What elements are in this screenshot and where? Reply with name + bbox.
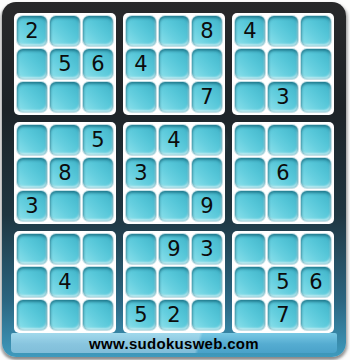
- sudoku-grid: 25684743583439649352567: [14, 13, 334, 333]
- sudoku-cell-r7c2[interactable]: [50, 234, 80, 264]
- sudoku-cell-r3c7[interactable]: [235, 82, 265, 112]
- sudoku-cell-r6c8[interactable]: [268, 191, 298, 221]
- sudoku-box-7: 4: [14, 231, 116, 333]
- footer-banner: www.sudokusweb.com: [11, 333, 337, 353]
- sudoku-cell-r2c6[interactable]: [192, 49, 222, 79]
- sudoku-cell-r7c6[interactable]: 3: [192, 234, 222, 264]
- sudoku-cell-r1c8[interactable]: [268, 16, 298, 46]
- sudoku-cell-r4c1[interactable]: [17, 125, 47, 155]
- sudoku-cell-r7c3[interactable]: [83, 234, 113, 264]
- sudoku-cell-r5c3[interactable]: [83, 158, 113, 188]
- sudoku-cell-r1c2[interactable]: [50, 16, 80, 46]
- sudoku-cell-r8c4[interactable]: [126, 267, 156, 297]
- sudoku-box-4: 583: [14, 122, 116, 224]
- sudoku-cell-r8c8[interactable]: 5: [268, 267, 298, 297]
- sudoku-cell-r1c1[interactable]: 2: [17, 16, 47, 46]
- sudoku-cell-r8c1[interactable]: [17, 267, 47, 297]
- sudoku-cell-r8c5[interactable]: [159, 267, 189, 297]
- sudoku-box-1: 256: [14, 13, 116, 115]
- sudoku-cell-r2c5[interactable]: [159, 49, 189, 79]
- sudoku-cell-r2c2[interactable]: 5: [50, 49, 80, 79]
- sudoku-cell-r2c9[interactable]: [301, 49, 331, 79]
- sudoku-cell-r2c3[interactable]: 6: [83, 49, 113, 79]
- sudoku-cell-r9c3[interactable]: [83, 300, 113, 330]
- sudoku-cell-r8c7[interactable]: [235, 267, 265, 297]
- sudoku-cell-r6c6[interactable]: 9: [192, 191, 222, 221]
- sudoku-box-6: 6: [232, 122, 334, 224]
- sudoku-board: 25684743583439649352567 www.sudokusweb.c…: [2, 2, 346, 357]
- sudoku-cell-r3c3[interactable]: [83, 82, 113, 112]
- sudoku-cell-r3c6[interactable]: 7: [192, 82, 222, 112]
- sudoku-cell-r7c7[interactable]: [235, 234, 265, 264]
- sudoku-cell-r5c7[interactable]: [235, 158, 265, 188]
- sudoku-cell-r5c5[interactable]: [159, 158, 189, 188]
- sudoku-cell-r7c8[interactable]: [268, 234, 298, 264]
- sudoku-box-9: 567: [232, 231, 334, 333]
- sudoku-cell-r5c9[interactable]: [301, 158, 331, 188]
- sudoku-cell-r1c4[interactable]: [126, 16, 156, 46]
- sudoku-cell-r1c3[interactable]: [83, 16, 113, 46]
- sudoku-cell-r8c2[interactable]: 4: [50, 267, 80, 297]
- sudoku-cell-r6c1[interactable]: 3: [17, 191, 47, 221]
- sudoku-cell-r9c1[interactable]: [17, 300, 47, 330]
- sudoku-cell-r3c8[interactable]: 3: [268, 82, 298, 112]
- sudoku-cell-r4c6[interactable]: [192, 125, 222, 155]
- sudoku-cell-r4c8[interactable]: [268, 125, 298, 155]
- sudoku-cell-r8c3[interactable]: [83, 267, 113, 297]
- sudoku-cell-r2c8[interactable]: [268, 49, 298, 79]
- sudoku-cell-r4c7[interactable]: [235, 125, 265, 155]
- sudoku-cell-r7c4[interactable]: [126, 234, 156, 264]
- sudoku-cell-r6c3[interactable]: [83, 191, 113, 221]
- sudoku-cell-r1c5[interactable]: [159, 16, 189, 46]
- sudoku-cell-r9c9[interactable]: [301, 300, 331, 330]
- sudoku-cell-r9c4[interactable]: 5: [126, 300, 156, 330]
- sudoku-cell-r4c2[interactable]: [50, 125, 80, 155]
- sudoku-cell-r3c1[interactable]: [17, 82, 47, 112]
- sudoku-cell-r3c9[interactable]: [301, 82, 331, 112]
- sudoku-cell-r3c2[interactable]: [50, 82, 80, 112]
- sudoku-cell-r9c7[interactable]: [235, 300, 265, 330]
- sudoku-cell-r4c3[interactable]: 5: [83, 125, 113, 155]
- sudoku-cell-r3c4[interactable]: [126, 82, 156, 112]
- sudoku-box-3: 43: [232, 13, 334, 115]
- sudoku-cell-r9c5[interactable]: 2: [159, 300, 189, 330]
- sudoku-cell-r9c2[interactable]: [50, 300, 80, 330]
- sudoku-cell-r1c6[interactable]: 8: [192, 16, 222, 46]
- sudoku-cell-r6c7[interactable]: [235, 191, 265, 221]
- sudoku-cell-r7c1[interactable]: [17, 234, 47, 264]
- website-link[interactable]: www.sudokusweb.com: [89, 335, 259, 352]
- sudoku-cell-r5c2[interactable]: 8: [50, 158, 80, 188]
- sudoku-cell-r8c9[interactable]: 6: [301, 267, 331, 297]
- sudoku-cell-r6c4[interactable]: [126, 191, 156, 221]
- sudoku-cell-r3c5[interactable]: [159, 82, 189, 112]
- sudoku-cell-r7c9[interactable]: [301, 234, 331, 264]
- sudoku-box-5: 439: [123, 122, 225, 224]
- sudoku-box-8: 9352: [123, 231, 225, 333]
- sudoku-cell-r2c4[interactable]: 4: [126, 49, 156, 79]
- sudoku-cell-r9c8[interactable]: 7: [268, 300, 298, 330]
- sudoku-cell-r4c4[interactable]: [126, 125, 156, 155]
- sudoku-cell-r1c7[interactable]: 4: [235, 16, 265, 46]
- sudoku-cell-r4c9[interactable]: [301, 125, 331, 155]
- sudoku-cell-r9c6[interactable]: [192, 300, 222, 330]
- sudoku-cell-r6c2[interactable]: [50, 191, 80, 221]
- sudoku-cell-r5c6[interactable]: [192, 158, 222, 188]
- sudoku-cell-r6c9[interactable]: [301, 191, 331, 221]
- sudoku-cell-r8c6[interactable]: [192, 267, 222, 297]
- sudoku-box-2: 847: [123, 13, 225, 115]
- sudoku-cell-r2c1[interactable]: [17, 49, 47, 79]
- sudoku-cell-r5c8[interactable]: 6: [268, 158, 298, 188]
- sudoku-cell-r2c7[interactable]: [235, 49, 265, 79]
- sudoku-cell-r4c5[interactable]: 4: [159, 125, 189, 155]
- sudoku-cell-r7c5[interactable]: 9: [159, 234, 189, 264]
- sudoku-cell-r5c1[interactable]: [17, 158, 47, 188]
- sudoku-cell-r6c5[interactable]: [159, 191, 189, 221]
- sudoku-cell-r5c4[interactable]: 3: [126, 158, 156, 188]
- sudoku-cell-r1c9[interactable]: [301, 16, 331, 46]
